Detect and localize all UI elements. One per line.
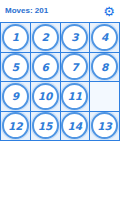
- cell: 4: [90, 23, 119, 52]
- board: 123456789101112151413: [0, 22, 120, 141]
- tile-1[interactable]: 1: [2, 24, 29, 51]
- tile-15[interactable]: 15: [32, 112, 59, 139]
- tile-4[interactable]: 4: [91, 24, 118, 51]
- tile-3[interactable]: 3: [61, 24, 88, 51]
- cell: 3: [61, 23, 90, 52]
- cell: 8: [90, 53, 119, 82]
- tile-5[interactable]: 5: [2, 53, 29, 80]
- cell: 14: [61, 112, 90, 141]
- background-area: [0, 141, 120, 200]
- tile-8[interactable]: 8: [91, 53, 118, 80]
- tile-14[interactable]: 14: [61, 112, 88, 139]
- cell: 13: [90, 112, 119, 141]
- cell: 12: [1, 112, 30, 141]
- tile-6[interactable]: 6: [32, 53, 59, 80]
- cell: 7: [61, 53, 90, 82]
- cell: 2: [31, 23, 60, 52]
- cell: 5: [1, 53, 30, 82]
- tile-2[interactable]: 2: [32, 24, 59, 51]
- tile-11[interactable]: 11: [61, 83, 88, 110]
- tile-13[interactable]: 13: [91, 112, 118, 139]
- empty-cell: [90, 82, 119, 111]
- cell: 6: [31, 53, 60, 82]
- tile-7[interactable]: 7: [61, 53, 88, 80]
- tile-9[interactable]: 9: [2, 83, 29, 110]
- top-bar: Moves: 201 ⚙: [0, 0, 120, 22]
- cell: 11: [61, 82, 90, 111]
- tile-10[interactable]: 10: [32, 83, 59, 110]
- cell: 1: [1, 23, 30, 52]
- tile-12[interactable]: 12: [2, 112, 29, 139]
- gear-icon[interactable]: ⚙: [103, 5, 115, 18]
- cell: 15: [31, 112, 60, 141]
- moves-counter: Moves: 201: [5, 7, 48, 15]
- cell: 10: [31, 82, 60, 111]
- cell: 9: [1, 82, 30, 111]
